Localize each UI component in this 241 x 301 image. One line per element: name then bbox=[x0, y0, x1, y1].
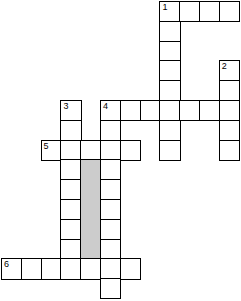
cell-r1c8[interactable] bbox=[159, 21, 180, 42]
cell-r7c11[interactable] bbox=[219, 140, 240, 161]
clue-number-6: 6 bbox=[4, 260, 9, 269]
cell-r12c5[interactable] bbox=[100, 239, 121, 260]
cell-r13c6[interactable] bbox=[120, 258, 141, 279]
cell-r13c5[interactable] bbox=[100, 258, 121, 279]
cell-r14c5[interactable] bbox=[100, 278, 121, 299]
cell-r5c8[interactable] bbox=[159, 100, 180, 121]
cell-r7c6[interactable] bbox=[120, 140, 141, 161]
shaded-cell-r8c4[interactable] bbox=[80, 159, 101, 180]
cell-r8c5[interactable] bbox=[100, 159, 121, 180]
cell-r5c6[interactable] bbox=[120, 100, 141, 121]
cell-r5c10[interactable] bbox=[199, 100, 220, 121]
cell-r0c10[interactable] bbox=[199, 1, 220, 22]
crossword-board: 123456 bbox=[0, 0, 241, 301]
cell-r10c5[interactable] bbox=[100, 199, 121, 220]
shaded-cell-r11c4[interactable] bbox=[80, 219, 101, 240]
cell-r7c3[interactable] bbox=[60, 140, 81, 161]
cell-r13c3[interactable] bbox=[60, 258, 81, 279]
cell-r5c7[interactable] bbox=[140, 100, 161, 121]
clue-number-1: 1 bbox=[162, 3, 167, 12]
cell-r7c5[interactable] bbox=[100, 140, 121, 161]
shaded-cell-r12c4[interactable] bbox=[80, 239, 101, 260]
cell-r7c8[interactable] bbox=[159, 140, 180, 161]
cell-r3c8[interactable] bbox=[159, 60, 180, 81]
cell-r13c1[interactable] bbox=[21, 258, 42, 279]
clue-number-2: 2 bbox=[222, 62, 227, 71]
cell-r0c9[interactable] bbox=[179, 1, 200, 22]
cell-r4c11[interactable] bbox=[219, 80, 240, 101]
cell-r5c9[interactable] bbox=[179, 100, 200, 121]
cell-r12c3[interactable] bbox=[60, 239, 81, 260]
shaded-cell-r9c4[interactable] bbox=[80, 179, 101, 200]
cell-r13c2[interactable] bbox=[41, 258, 62, 279]
cell-r9c5[interactable] bbox=[100, 179, 121, 200]
cell-r11c3[interactable] bbox=[60, 219, 81, 240]
cell-r0c11[interactable] bbox=[219, 1, 240, 22]
cell-r8c3[interactable] bbox=[60, 159, 81, 180]
cell-r11c5[interactable] bbox=[100, 219, 121, 240]
clue-number-4: 4 bbox=[103, 102, 108, 111]
cell-r5c11[interactable] bbox=[219, 100, 240, 121]
cell-r6c8[interactable] bbox=[159, 120, 180, 141]
cell-r7c4[interactable] bbox=[80, 140, 101, 161]
cell-r6c11[interactable] bbox=[219, 120, 240, 141]
cell-r9c3[interactable] bbox=[60, 179, 81, 200]
cell-r13c4[interactable] bbox=[80, 258, 101, 279]
cell-r6c3[interactable] bbox=[60, 120, 81, 141]
cell-r10c3[interactable] bbox=[60, 199, 81, 220]
clue-number-5: 5 bbox=[44, 142, 49, 151]
cell-r4c8[interactable] bbox=[159, 80, 180, 101]
shaded-cell-r10c4[interactable] bbox=[80, 199, 101, 220]
cell-r6c5[interactable] bbox=[100, 120, 121, 141]
cell-r2c8[interactable] bbox=[159, 41, 180, 62]
clue-number-3: 3 bbox=[63, 102, 68, 111]
